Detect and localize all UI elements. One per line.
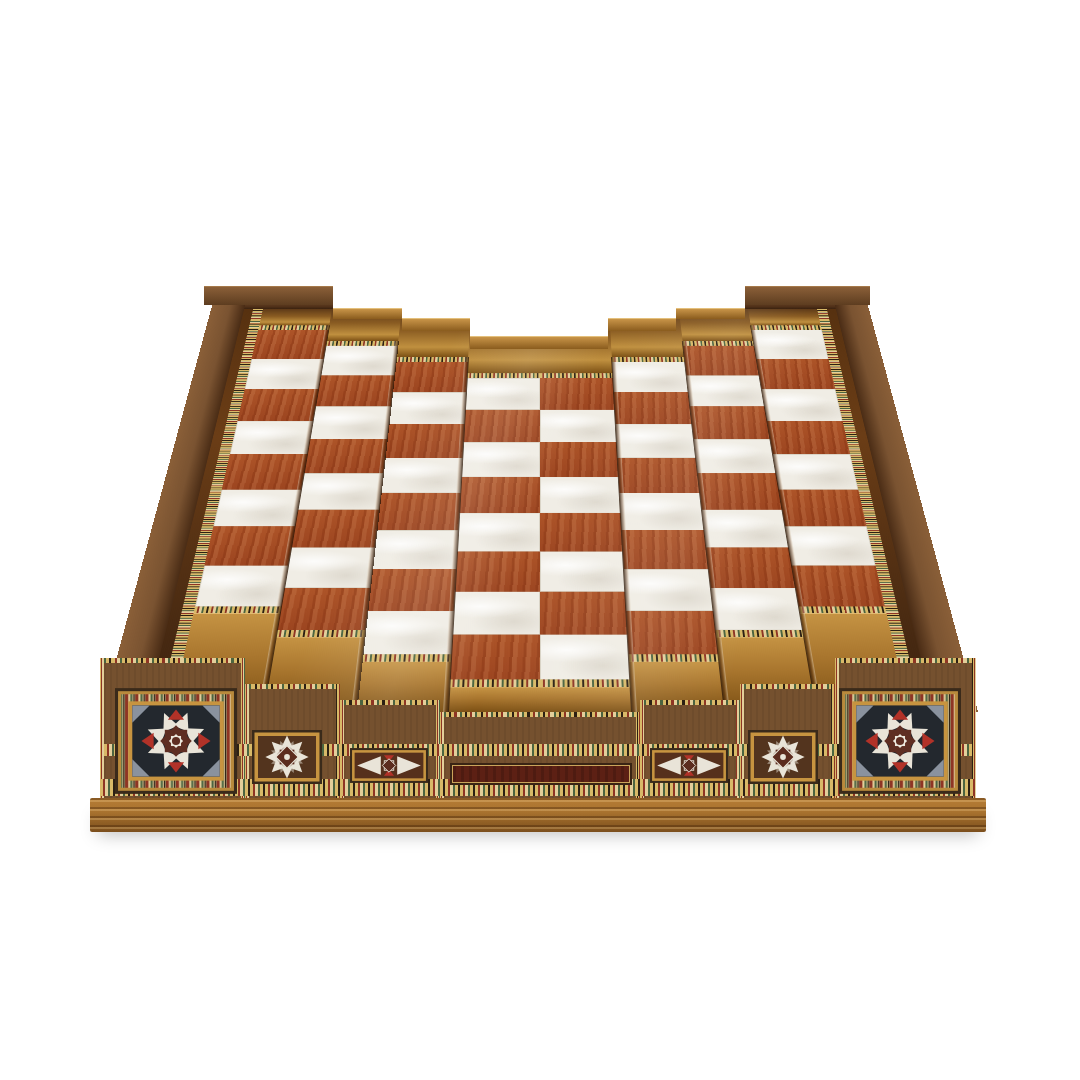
square-a1[interactable] xyxy=(195,565,288,606)
square-c2[interactable] xyxy=(367,569,456,610)
square-g3[interactable] xyxy=(701,509,788,547)
front-step-tread-e xyxy=(540,687,632,712)
square-a5[interactable] xyxy=(230,421,313,454)
square-g1[interactable] xyxy=(710,588,802,630)
square-h3[interactable] xyxy=(779,489,867,526)
mosaic-strip-front-f xyxy=(629,654,719,661)
eye-star-rosette-left-icon xyxy=(350,748,428,783)
back-corner-block-right xyxy=(743,286,870,305)
square-f8[interactable] xyxy=(612,362,688,392)
back-wall-cap-center xyxy=(470,336,608,349)
eye-star-rosette-right-icon xyxy=(650,748,728,783)
back-notch-mask-g xyxy=(676,276,745,308)
square-e3[interactable] xyxy=(540,551,625,591)
back-wall-cap-b xyxy=(333,308,402,319)
back-notch-mask-f xyxy=(608,276,676,318)
square-d7[interactable] xyxy=(463,409,540,442)
board-top-surface xyxy=(102,300,978,712)
mosaic-strip-front-g xyxy=(715,630,804,637)
square-b3[interactable] xyxy=(291,509,378,547)
square-a2[interactable] xyxy=(204,526,295,565)
square-b8[interactable] xyxy=(321,346,397,376)
square-f5[interactable] xyxy=(618,458,700,493)
square-h7[interactable] xyxy=(756,359,835,389)
square-e5[interactable] xyxy=(540,477,621,513)
square-h2[interactable] xyxy=(785,526,876,565)
square-e1[interactable] xyxy=(540,634,630,679)
mosaic-strip-front-b xyxy=(276,630,365,637)
square-h8[interactable] xyxy=(751,330,828,359)
eight-point-star-rosette-large-right-icon xyxy=(839,688,961,794)
drawer-front[interactable] xyxy=(452,765,630,783)
square-d5[interactable] xyxy=(459,477,540,513)
mosaic-strip-front-h xyxy=(799,606,887,613)
square-g6[interactable] xyxy=(690,406,770,439)
square-a3[interactable] xyxy=(213,489,301,526)
mosaic-strip-front-c xyxy=(361,654,451,661)
flower-star-rosette-medium-right-icon xyxy=(748,730,818,784)
square-c1[interactable] xyxy=(362,611,453,655)
square-b6[interactable] xyxy=(310,406,390,439)
square-g8[interactable] xyxy=(683,346,759,376)
back-notch-mask-c xyxy=(402,276,470,318)
square-b4[interactable] xyxy=(298,473,383,509)
square-e4[interactable] xyxy=(540,513,623,551)
square-d1[interactable] xyxy=(450,634,540,679)
mosaic-strip-front-a xyxy=(194,606,282,613)
square-e6[interactable] xyxy=(540,442,619,476)
square-b5[interactable] xyxy=(304,439,387,473)
square-d3[interactable] xyxy=(455,551,540,591)
square-g2[interactable] xyxy=(706,547,796,587)
square-b2[interactable] xyxy=(285,547,375,587)
square-b1[interactable] xyxy=(277,588,369,630)
square-c6[interactable] xyxy=(385,424,465,458)
square-a6[interactable] xyxy=(237,389,318,421)
back-corner-block-left xyxy=(204,286,335,305)
square-e2[interactable] xyxy=(540,592,628,635)
square-g4[interactable] xyxy=(697,473,782,509)
chess-board-photo xyxy=(0,0,1080,1080)
square-f7[interactable] xyxy=(614,392,692,424)
square-f6[interactable] xyxy=(616,424,696,458)
back-notch-mask-center xyxy=(470,276,608,336)
square-c7[interactable] xyxy=(388,392,466,424)
square-d2[interactable] xyxy=(452,592,540,635)
square-f1[interactable] xyxy=(626,611,717,655)
eight-point-star-rosette-large-left-icon xyxy=(115,688,237,794)
square-h6[interactable] xyxy=(761,389,842,421)
back-wall-cap-c xyxy=(402,318,470,331)
square-f4[interactable] xyxy=(620,493,704,530)
square-e7[interactable] xyxy=(540,409,617,442)
square-a7[interactable] xyxy=(245,359,324,389)
square-g7[interactable] xyxy=(686,375,764,406)
square-h4[interactable] xyxy=(773,454,859,489)
back-wall-cap-f xyxy=(608,318,676,331)
square-c8[interactable] xyxy=(392,362,468,392)
back-step-wall-h xyxy=(748,309,821,325)
front-step-tread-d xyxy=(448,687,540,712)
square-h5[interactable] xyxy=(767,421,850,454)
square-b7[interactable] xyxy=(316,375,394,406)
square-c5[interactable] xyxy=(380,458,462,493)
back-step-wall-a xyxy=(259,309,332,325)
square-h1[interactable] xyxy=(792,565,885,606)
flower-star-rosette-medium-left-icon xyxy=(252,730,322,784)
square-a8[interactable] xyxy=(252,330,329,359)
square-g5[interactable] xyxy=(693,439,776,473)
square-c3[interactable] xyxy=(372,530,458,569)
mosaic-strip-front-e xyxy=(540,679,631,686)
square-e8[interactable] xyxy=(540,378,615,409)
square-d4[interactable] xyxy=(457,513,540,551)
square-d6[interactable] xyxy=(461,442,540,476)
base-plinth xyxy=(90,798,986,832)
board-tray xyxy=(171,309,909,712)
back-notch-mask-b xyxy=(333,276,402,308)
square-f3[interactable] xyxy=(622,530,708,569)
square-a4[interactable] xyxy=(222,454,308,489)
square-d8[interactable] xyxy=(465,378,540,409)
back-wall-cap-g xyxy=(676,308,745,319)
square-c4[interactable] xyxy=(376,493,460,530)
mosaic-strip-front-d xyxy=(449,679,540,686)
square-f2[interactable] xyxy=(624,569,713,610)
